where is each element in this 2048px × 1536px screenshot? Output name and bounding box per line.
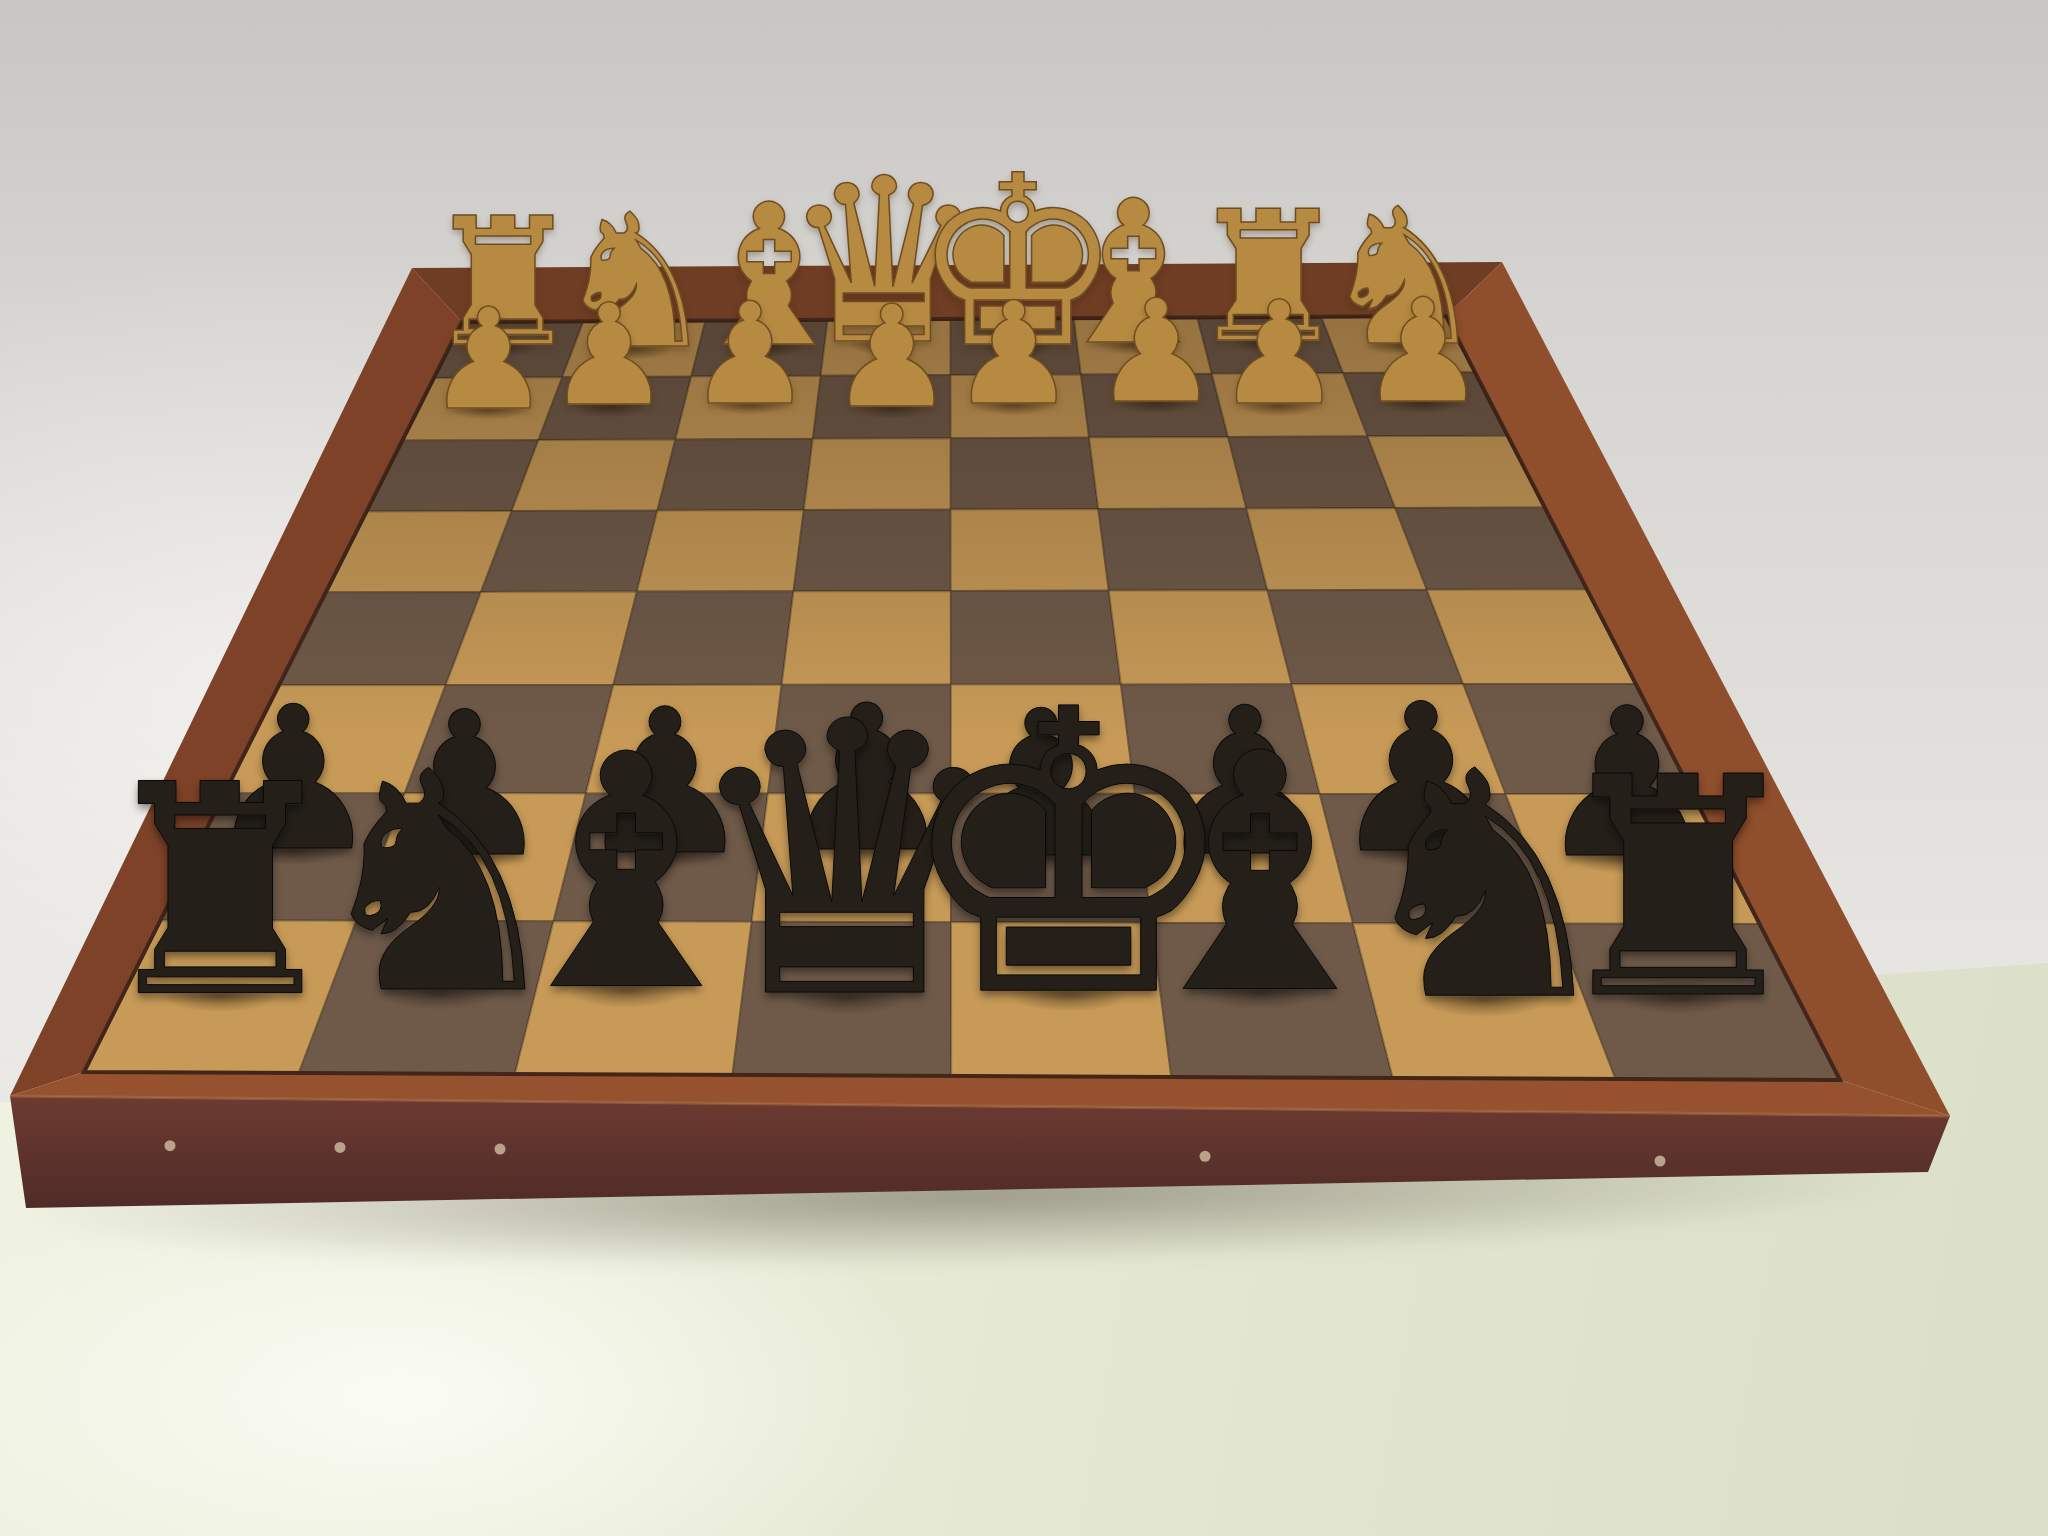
apron-inlay-dot-1	[165, 1140, 176, 1151]
chess-board	[0, 0, 2048, 1536]
apron-inlay-dot-4	[1200, 1151, 1211, 1162]
apron-inlay-dot-2	[335, 1142, 346, 1153]
board-frame-far	[412, 262, 1502, 322]
photo-scene: ♜♞♝♛♚♝♜♞♟♟♟♟♟♟♟♟♟♟♟♟♟♟♟♟♜♞♝♛♚♝♞♜	[0, 0, 2048, 1536]
apron-inlay-dot-3	[495, 1144, 506, 1155]
apron-inlay-dot-5	[1655, 1156, 1666, 1167]
